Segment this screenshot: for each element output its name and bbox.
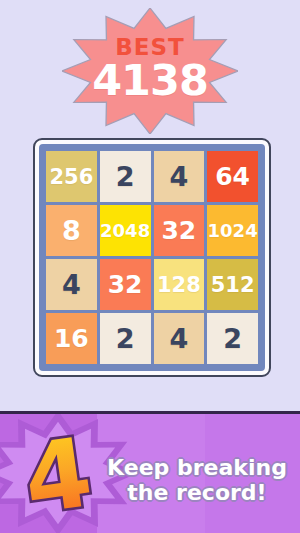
tile-r2c2: 2048 bbox=[100, 205, 151, 256]
tile-r1c3: 4 bbox=[154, 151, 205, 202]
board-grid[interactable]: 25624648204832102443212851216242 bbox=[39, 144, 265, 371]
tile-r2c1: 8 bbox=[46, 205, 97, 256]
tile-r1c4: 64 bbox=[207, 151, 258, 202]
banner-message-line1: Keep breaking bbox=[98, 455, 296, 480]
app-logo: 4 bbox=[6, 426, 110, 530]
banner-message: Keep breaking the record! bbox=[98, 455, 296, 505]
app-screen: BEST 4138 256246482048321024432128512162… bbox=[0, 0, 300, 533]
tile-r4c4: 2 bbox=[207, 313, 258, 364]
tile-r3c4: 512 bbox=[207, 259, 258, 310]
tile-r2c4: 1024 bbox=[207, 205, 258, 256]
promo-banner[interactable]: 4 Keep breaking the record! bbox=[0, 411, 300, 533]
best-badge: BEST 4138 bbox=[62, 8, 238, 134]
logo-4-glyph: 4 bbox=[17, 426, 99, 530]
tile-r4c3: 4 bbox=[154, 313, 205, 364]
tile-r4c1: 16 bbox=[46, 313, 97, 364]
game-board: 25624648204832102443212851216242 bbox=[33, 138, 271, 377]
tile-r1c2: 2 bbox=[100, 151, 151, 202]
banner-message-line2: the record! bbox=[98, 480, 296, 505]
tile-r3c1: 4 bbox=[46, 259, 97, 310]
tile-r1c1: 256 bbox=[46, 151, 97, 202]
tile-r2c3: 32 bbox=[154, 205, 205, 256]
tile-r3c3: 128 bbox=[154, 259, 205, 310]
best-score: 4138 bbox=[62, 55, 238, 105]
tile-r3c2: 32 bbox=[100, 259, 151, 310]
tile-r4c2: 2 bbox=[100, 313, 151, 364]
